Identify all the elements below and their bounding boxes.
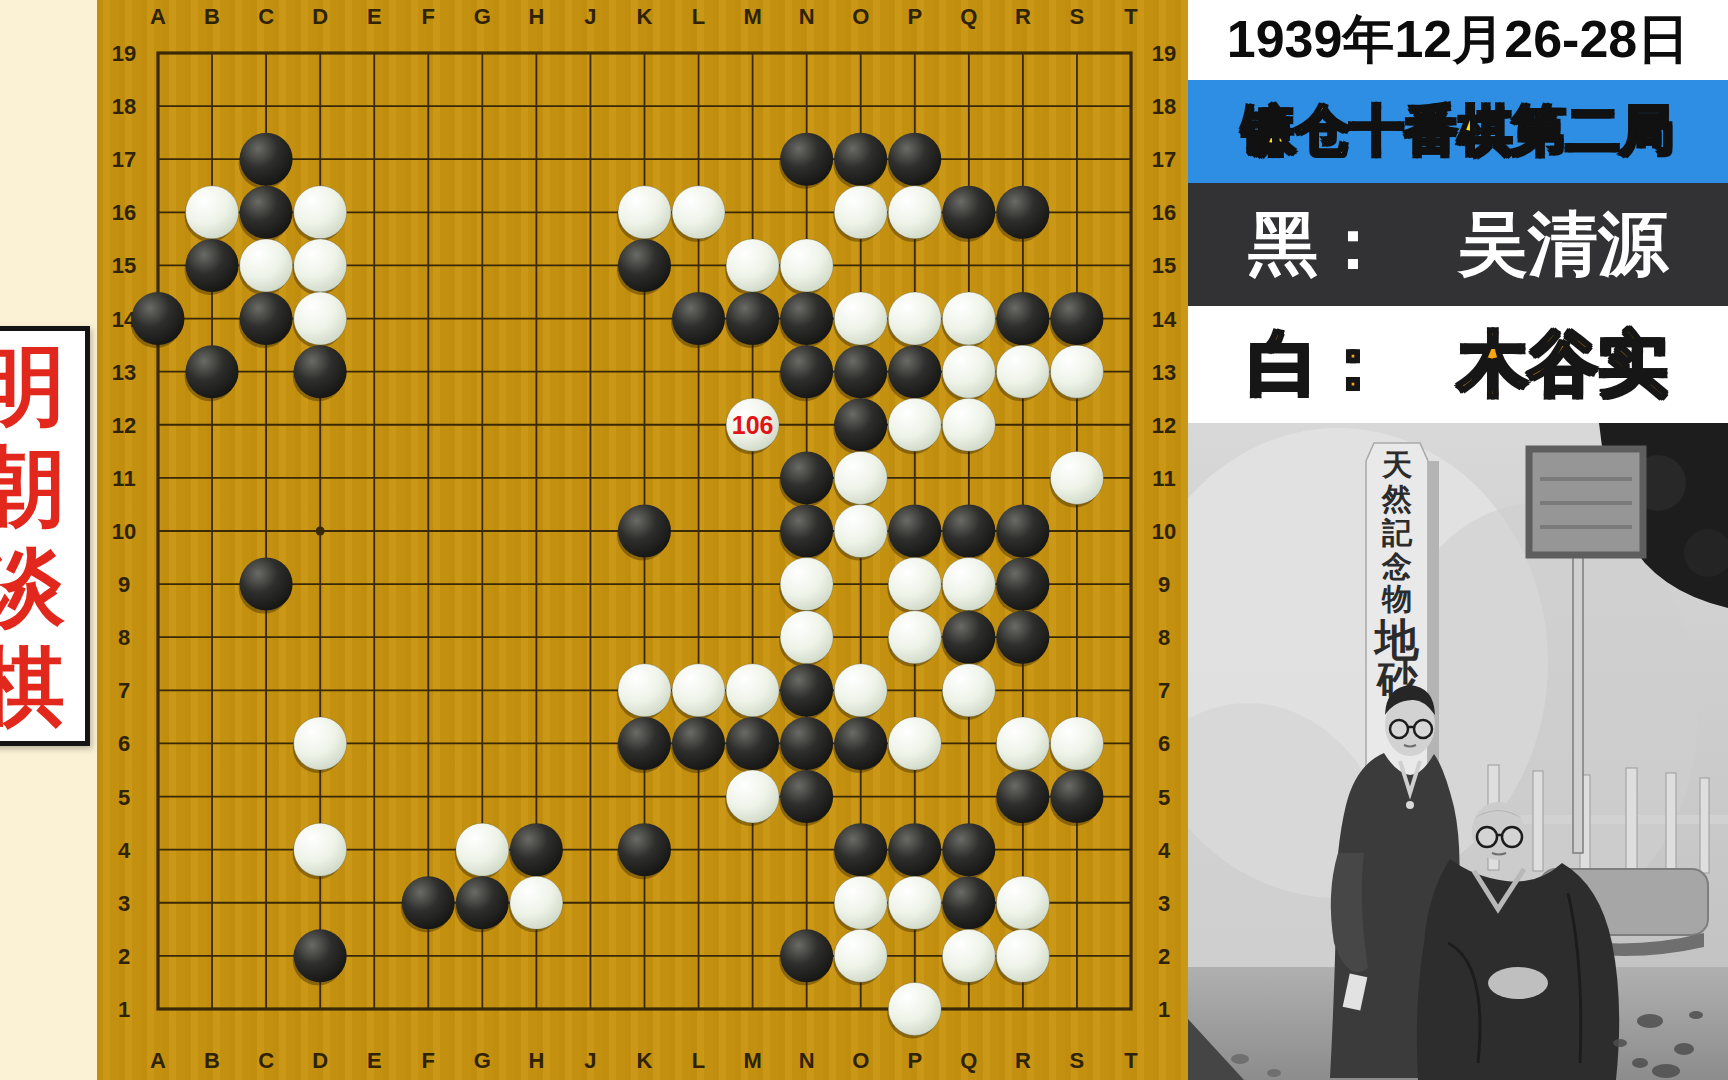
black-player-text: 黑： 吴清源	[1248, 198, 1668, 292]
coord-label: S	[1070, 4, 1085, 29]
coord-label: B	[204, 4, 220, 29]
stone-black	[834, 398, 887, 451]
coord-label: F	[422, 1048, 435, 1073]
stone-white	[780, 239, 833, 292]
monument-char: 然	[1381, 481, 1412, 516]
stone-black	[186, 345, 239, 398]
coord-label: M	[743, 1048, 761, 1073]
stone-black	[942, 823, 995, 876]
stone-white	[834, 292, 887, 345]
coord-label: 8	[1158, 625, 1170, 650]
stone-white	[888, 186, 941, 239]
stone-white	[672, 664, 725, 717]
stone-white	[888, 558, 941, 611]
stone-white	[942, 929, 995, 982]
stone-white	[942, 398, 995, 451]
watermark-char: 谈	[0, 536, 65, 636]
stone-black	[726, 292, 779, 345]
stone-black	[996, 770, 1049, 823]
stone-white	[834, 186, 887, 239]
stone-black	[672, 717, 725, 770]
coord-label: E	[367, 4, 382, 29]
coord-label: R	[1015, 4, 1031, 29]
event-text: 镰仓十番棋第二局	[1242, 95, 1674, 168]
stone-black	[1050, 292, 1103, 345]
stone-black	[186, 239, 239, 292]
black-player-banner: 黑： 吴清源	[1188, 183, 1728, 306]
stone-black	[834, 345, 887, 398]
coord-label: B	[204, 1048, 220, 1073]
stone-black	[888, 823, 941, 876]
coord-label: 4	[118, 838, 131, 863]
stone-black	[780, 345, 833, 398]
stone-black	[780, 133, 833, 186]
coord-label: 9	[118, 572, 130, 597]
coord-label: F	[422, 4, 435, 29]
coord-label: M	[743, 4, 761, 29]
stone-black	[888, 345, 941, 398]
stone-black	[996, 292, 1049, 345]
stone-black	[780, 504, 833, 557]
stone-black	[456, 876, 509, 929]
coord-label: D	[312, 1048, 328, 1073]
stone-white	[726, 770, 779, 823]
stone-black	[996, 186, 1049, 239]
coord-label: 6	[118, 731, 130, 756]
coord-label: A	[150, 1048, 166, 1073]
stone-black	[240, 292, 293, 345]
coord-label: G	[474, 4, 491, 29]
coord-label: 18	[112, 94, 136, 119]
coord-label: J	[584, 4, 596, 29]
coord-label: 16	[112, 200, 136, 225]
stone-black	[780, 929, 833, 982]
stone-white	[834, 451, 887, 504]
white-player-text: 白： 木谷实	[1248, 318, 1668, 412]
coord-label: 5	[118, 785, 130, 810]
stone-black	[834, 823, 887, 876]
stone-black	[780, 451, 833, 504]
coord-label: D	[312, 4, 328, 29]
monument-char: 記	[1381, 515, 1413, 550]
coord-label: E	[367, 1048, 382, 1073]
seated-player-hands	[1488, 967, 1548, 999]
coord-label: C	[258, 1048, 274, 1073]
stone-black	[834, 717, 887, 770]
event-banner: 镰仓十番棋第二局	[1188, 80, 1728, 183]
stone-black	[672, 292, 725, 345]
coord-label: N	[799, 4, 815, 29]
coord-label: 15	[112, 253, 136, 278]
coord-label: O	[852, 1048, 869, 1073]
photo: 天然記念物地砂	[1188, 423, 1728, 1080]
star-point	[316, 526, 325, 535]
stone-white	[240, 239, 293, 292]
stone-white	[834, 876, 887, 929]
coord-label: 19	[1152, 41, 1176, 66]
stone-white	[294, 823, 347, 876]
stone-white	[726, 239, 779, 292]
coord-label: 7	[118, 678, 130, 703]
stone-black	[132, 292, 185, 345]
date-banner: 1939年12月26-28日	[1188, 0, 1728, 80]
coord-label: 2	[118, 944, 130, 969]
monument-char: 天	[1381, 447, 1413, 482]
stone-black	[780, 717, 833, 770]
stone-black	[780, 664, 833, 717]
coord-label: 17	[112, 147, 136, 172]
coord-label: 6	[1158, 731, 1170, 756]
stone-black	[1050, 770, 1103, 823]
coord-label: J	[584, 1048, 596, 1073]
white-player-banner: 白： 木谷实	[1188, 306, 1728, 423]
stone-black	[942, 611, 995, 664]
stone-black	[294, 929, 347, 982]
coord-label: H	[528, 1048, 544, 1073]
stone-black	[780, 292, 833, 345]
coord-label: 14	[1152, 307, 1177, 332]
stone-white	[456, 823, 509, 876]
stone-black	[618, 239, 671, 292]
coord-label: 13	[112, 360, 136, 385]
coord-label: P	[907, 4, 922, 29]
coord-label: 1	[118, 997, 130, 1022]
stone-white	[1050, 345, 1103, 398]
stone-white	[888, 982, 941, 1035]
stone-white	[888, 292, 941, 345]
move-number-labels: 106	[732, 411, 774, 439]
stone-white	[510, 876, 563, 929]
stone-black	[996, 504, 1049, 557]
stone-white	[294, 239, 347, 292]
stone-white	[294, 186, 347, 239]
stone-black	[618, 504, 671, 557]
coord-label: 7	[1158, 678, 1170, 703]
coord-label: O	[852, 4, 869, 29]
go-board[interactable]: AABBCCDDEEFFGGHHJJKKLLMMNNOOPPQQRRSSTT19…	[97, 0, 1188, 1080]
watermark-char: 朝	[0, 436, 65, 536]
stone-white	[996, 345, 1049, 398]
coord-label: 5	[1158, 785, 1170, 810]
coord-label: 17	[1152, 147, 1176, 172]
stone-black	[942, 504, 995, 557]
stone-black	[618, 823, 671, 876]
coord-label: 12	[1152, 413, 1176, 438]
stone-black	[780, 770, 833, 823]
coord-label: L	[692, 1048, 705, 1073]
stone-white	[996, 876, 1049, 929]
stone-black	[240, 558, 293, 611]
coord-label: 8	[118, 625, 130, 650]
coord-label: P	[907, 1048, 922, 1073]
date-text: 1939年12月26-28日	[1227, 5, 1690, 75]
coord-label: C	[258, 4, 274, 29]
stone-black	[294, 345, 347, 398]
stone-white	[996, 929, 1049, 982]
coord-label: K	[637, 1048, 653, 1073]
stone-black	[996, 558, 1049, 611]
coord-label: Q	[960, 4, 977, 29]
stone-black	[834, 133, 887, 186]
stone-white	[780, 558, 833, 611]
move-number: 106	[732, 411, 774, 439]
stone-black	[402, 876, 455, 929]
stone-black	[888, 133, 941, 186]
stone-black	[726, 717, 779, 770]
stone-white	[1050, 717, 1103, 770]
coord-label: 18	[1152, 94, 1176, 119]
left-margin-strip: 明朝谈棋	[0, 0, 97, 1080]
coord-label: T	[1124, 1048, 1138, 1073]
stone-white	[942, 345, 995, 398]
watermark-card: 明朝谈棋	[0, 326, 90, 746]
coord-label: 12	[112, 413, 136, 438]
stone-black	[240, 133, 293, 186]
coord-label: 15	[1152, 253, 1176, 278]
coord-label: 16	[1152, 200, 1176, 225]
stone-white	[888, 398, 941, 451]
monument-char: 物	[1381, 581, 1412, 616]
coord-label: 1	[1158, 997, 1170, 1022]
stone-white	[672, 186, 725, 239]
stone-white	[942, 664, 995, 717]
stone-white	[294, 717, 347, 770]
coord-label: 2	[1158, 944, 1170, 969]
coord-label: R	[1015, 1048, 1031, 1073]
stone-white	[834, 504, 887, 557]
stone-black	[996, 611, 1049, 664]
stone-white	[942, 292, 995, 345]
stone-black	[942, 186, 995, 239]
coord-label: 9	[1158, 572, 1170, 597]
coord-label: A	[150, 4, 166, 29]
coord-label: 3	[118, 891, 130, 916]
coord-label: G	[474, 1048, 491, 1073]
info-panel: 1939年12月26-28日 镰仓十番棋第二局 黑： 吴清源 白： 木谷实	[1188, 0, 1728, 1080]
coord-label: S	[1070, 1048, 1085, 1073]
stone-white	[996, 717, 1049, 770]
coord-label: N	[799, 1048, 815, 1073]
stone-white	[834, 664, 887, 717]
stone-black	[888, 504, 941, 557]
stone-white	[942, 558, 995, 611]
stone-white	[294, 292, 347, 345]
coord-label: 10	[1152, 519, 1176, 544]
watermark-char: 明	[0, 336, 65, 436]
coord-label: 11	[112, 466, 135, 491]
coord-label: L	[692, 4, 705, 29]
stone-white	[618, 664, 671, 717]
watermark-char: 棋	[0, 636, 65, 736]
coord-label: K	[637, 4, 653, 29]
stone-white	[780, 611, 833, 664]
stone-black	[240, 186, 293, 239]
coord-label: 11	[1152, 466, 1175, 491]
stone-white	[888, 717, 941, 770]
coord-label: 13	[1152, 360, 1176, 385]
stone-black	[510, 823, 563, 876]
stone-white	[618, 186, 671, 239]
stone-white	[186, 186, 239, 239]
coord-label: Q	[960, 1048, 977, 1073]
monument-char: 念	[1381, 549, 1412, 584]
coord-label: H	[528, 4, 544, 29]
coord-label: 19	[112, 41, 136, 66]
stone-white	[888, 876, 941, 929]
coord-label: 4	[1158, 838, 1171, 863]
coord-label: 10	[112, 519, 136, 544]
stone-white	[888, 611, 941, 664]
stone-white	[834, 929, 887, 982]
stone-white	[1050, 451, 1103, 504]
stone-black	[618, 717, 671, 770]
stone-white	[726, 664, 779, 717]
page: 明朝谈棋 AABBCCDDEEFFGGHHJJKKLLMMNNOOPPQQRRS…	[0, 0, 1728, 1080]
coord-label: T	[1124, 4, 1138, 29]
stone-black	[942, 876, 995, 929]
coord-label: 3	[1158, 891, 1170, 916]
